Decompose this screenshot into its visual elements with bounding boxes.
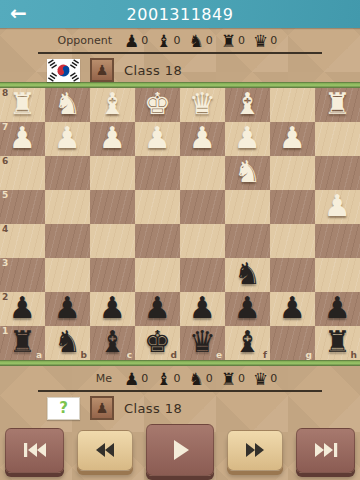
- square-d4[interactable]: [135, 224, 180, 258]
- square-b8[interactable]: ♞: [45, 88, 90, 122]
- square-c8[interactable]: ♝: [90, 88, 135, 122]
- me-avatar: ♟: [90, 396, 114, 420]
- pawn-icon: ♟: [124, 370, 139, 388]
- black-pawn: ♟: [225, 291, 270, 325]
- rank-label-4: 4: [2, 224, 8, 234]
- queen-icon: ♛: [253, 32, 268, 50]
- square-c1[interactable]: c♝: [90, 326, 135, 360]
- back-arrow-icon[interactable]: ←: [10, 0, 44, 28]
- skip-to-end-button[interactable]: [296, 428, 355, 473]
- square-c2[interactable]: ♟: [90, 292, 135, 326]
- square-b4[interactable]: [45, 224, 90, 258]
- rewind-icon: [93, 441, 117, 459]
- file-label-b: b: [81, 350, 87, 360]
- south-korea-flag: [47, 59, 80, 82]
- opponent-panel: Opponent ♟0♝0♞0♜0♛0 ♟: [0, 28, 360, 82]
- play-icon: [167, 439, 193, 461]
- captured-queen-counter: ♛0: [253, 32, 277, 50]
- file-label-e: e: [216, 350, 222, 360]
- black-pawn: ♟: [315, 291, 360, 325]
- file-label-g: g: [306, 350, 312, 360]
- white-pawn: ♟: [270, 121, 315, 155]
- square-e4[interactable]: [180, 224, 225, 258]
- square-b3[interactable]: [45, 258, 90, 292]
- square-e7[interactable]: ♟: [180, 122, 225, 156]
- captured-bishop-counter: ♝0: [156, 370, 180, 388]
- square-c5[interactable]: [90, 190, 135, 224]
- rank-label-3: 3: [2, 258, 8, 268]
- opponent-avatar: ♟: [90, 58, 114, 82]
- square-d5[interactable]: [135, 190, 180, 224]
- rank-label-8: 8: [2, 88, 8, 98]
- square-h8[interactable]: ♜: [315, 88, 360, 122]
- black-knight: ♞: [225, 257, 270, 291]
- file-label-d: d: [171, 350, 177, 360]
- black-pawn: ♟: [90, 291, 135, 325]
- square-d7[interactable]: ♟: [135, 122, 180, 156]
- opponent-captured-pieces: ♟0♝0♞0♜0♛0: [124, 32, 285, 50]
- white-bishop: ♝: [90, 87, 135, 121]
- knight-icon: ♞: [189, 370, 204, 388]
- square-c7[interactable]: ♟: [90, 122, 135, 156]
- square-a8[interactable]: 8♜: [0, 88, 45, 122]
- square-h1[interactable]: h♜: [315, 326, 360, 360]
- square-g8[interactable]: [270, 88, 315, 122]
- square-g4[interactable]: [270, 224, 315, 258]
- black-pawn: ♟: [180, 291, 225, 325]
- square-e2[interactable]: ♟: [180, 292, 225, 326]
- captured-pawn-counter: ♟0: [124, 32, 148, 50]
- square-c3[interactable]: [90, 258, 135, 292]
- rank-label-2: 2: [2, 292, 8, 302]
- captured-rook-counter: ♜0: [221, 370, 245, 388]
- skip-to-start-button[interactable]: [5, 428, 64, 473]
- square-d2[interactable]: ♟: [135, 292, 180, 326]
- white-knight: ♞: [45, 87, 90, 121]
- captured-knight-count: 0: [206, 34, 213, 47]
- me-class-label: Class 18: [124, 401, 182, 416]
- white-rook: ♜: [315, 87, 360, 121]
- square-a3[interactable]: 3: [0, 258, 45, 292]
- queen-icon: ♛: [253, 370, 268, 388]
- opponent-identity-row: ♟ Class 18: [47, 58, 360, 82]
- square-b6[interactable]: [45, 156, 90, 190]
- square-f6[interactable]: ♞: [225, 156, 270, 190]
- captured-knight-count: 0: [206, 372, 213, 385]
- skip-to-end-icon: [313, 441, 339, 459]
- captured-pawn-count: 0: [141, 34, 148, 47]
- me-divider: [38, 390, 322, 392]
- captured-queen-count: 0: [270, 34, 277, 47]
- square-h6[interactable]: [315, 156, 360, 190]
- captured-queen-counter: ♛0: [253, 370, 277, 388]
- square-e3[interactable]: [180, 258, 225, 292]
- square-e8[interactable]: ♛: [180, 88, 225, 122]
- captured-bishop-count: 0: [174, 372, 181, 385]
- square-e1[interactable]: e♛: [180, 326, 225, 360]
- white-king: ♚: [135, 87, 180, 121]
- me-panel: Me ♟0♝0♞0♜0♛0 ? ♟ Class 18: [0, 366, 360, 420]
- me-identity-row: ? ♟ Class 18: [47, 396, 360, 420]
- chess-board: 8♜♞♝♚♛♝♜7♟♟♟♟♟♟♟6♞5♟43♞2♟♟♟♟♟♟♟♟1a♜b♞c♝d…: [0, 88, 360, 360]
- white-pawn: ♟: [315, 189, 360, 223]
- black-pawn: ♟: [45, 291, 90, 325]
- file-label-f: f: [263, 350, 267, 360]
- rank-label-7: 7: [2, 122, 8, 132]
- square-b2[interactable]: ♟: [45, 292, 90, 326]
- rank-label-1: 1: [2, 326, 8, 336]
- square-h7[interactable]: [315, 122, 360, 156]
- square-d3[interactable]: [135, 258, 180, 292]
- white-bishop: ♝: [225, 87, 270, 121]
- square-c4[interactable]: [90, 224, 135, 258]
- square-h5[interactable]: ♟: [315, 190, 360, 224]
- opponent-captured-row: Opponent ♟0♝0♞0♜0♛0: [0, 28, 360, 51]
- square-a6[interactable]: 6: [0, 156, 45, 190]
- black-pawn: ♟: [270, 291, 315, 325]
- square-h2[interactable]: ♟: [315, 292, 360, 326]
- file-label-c: c: [127, 350, 132, 360]
- square-a7[interactable]: 7♟: [0, 122, 45, 156]
- square-d8[interactable]: ♚: [135, 88, 180, 122]
- fast-forward-icon: [243, 441, 267, 459]
- opponent-divider: [38, 52, 322, 54]
- square-g5[interactable]: [270, 190, 315, 224]
- square-a4[interactable]: 4: [0, 224, 45, 258]
- square-f7[interactable]: ♟: [225, 122, 270, 156]
- square-h4[interactable]: [315, 224, 360, 258]
- black-pawn: ♟: [135, 291, 180, 325]
- square-b1[interactable]: b♞: [45, 326, 90, 360]
- skip-to-start-icon: [22, 441, 48, 459]
- square-f8[interactable]: ♝: [225, 88, 270, 122]
- white-knight: ♞: [225, 155, 270, 189]
- square-a2[interactable]: 2♟: [0, 292, 45, 326]
- file-label-h: h: [351, 350, 357, 360]
- square-h3[interactable]: [315, 258, 360, 292]
- square-a1[interactable]: 1a♜: [0, 326, 45, 360]
- square-f4[interactable]: [225, 224, 270, 258]
- square-f1[interactable]: f♝: [225, 326, 270, 360]
- white-pawn: ♟: [225, 121, 270, 155]
- bishop-icon: ♝: [156, 32, 171, 50]
- knight-icon: ♞: [189, 32, 204, 50]
- me-captured-pieces: ♟0♝0♞0♜0♛0: [124, 370, 285, 388]
- square-g7[interactable]: ♟: [270, 122, 315, 156]
- square-b5[interactable]: [45, 190, 90, 224]
- title-bar: ← 2001311849: [0, 0, 360, 28]
- captured-rook-count: 0: [238, 372, 245, 385]
- square-f3[interactable]: ♞: [225, 258, 270, 292]
- white-pawn: ♟: [90, 121, 135, 155]
- square-c6[interactable]: [90, 156, 135, 190]
- square-d1[interactable]: d♚: [135, 326, 180, 360]
- me-label: Me: [0, 372, 112, 385]
- rank-label-6: 6: [2, 156, 8, 166]
- playback-controls: [0, 420, 360, 480]
- square-d6[interactable]: [135, 156, 180, 190]
- file-label-a: a: [36, 350, 42, 360]
- white-queen: ♛: [180, 87, 225, 121]
- game-id-title: 2001311849: [127, 5, 234, 24]
- rook-icon: ♜: [221, 32, 236, 50]
- pawn-icon: ♟: [124, 32, 139, 50]
- rewind-button[interactable]: [77, 430, 133, 471]
- white-pawn: ♟: [180, 121, 225, 155]
- square-e6[interactable]: [180, 156, 225, 190]
- square-g1[interactable]: g: [270, 326, 315, 360]
- square-a5[interactable]: 5: [0, 190, 45, 224]
- opponent-label: Opponent: [0, 34, 112, 47]
- square-b7[interactable]: ♟: [45, 122, 90, 156]
- white-pawn: ♟: [45, 121, 90, 155]
- captured-rook-counter: ♜0: [221, 32, 245, 50]
- me-captured-row: Me ♟0♝0♞0♜0♛0: [0, 366, 360, 389]
- square-f5[interactable]: [225, 190, 270, 224]
- square-f2[interactable]: ♟: [225, 292, 270, 326]
- square-g3[interactable]: [270, 258, 315, 292]
- rook-icon: ♜: [221, 370, 236, 388]
- unknown-flag-placeholder: ?: [47, 397, 80, 420]
- captured-knight-counter: ♞0: [189, 370, 213, 388]
- fast-forward-button[interactable]: [227, 430, 283, 471]
- opponent-class-label: Class 18: [124, 63, 182, 78]
- captured-pawn-counter: ♟0: [124, 370, 148, 388]
- square-e5[interactable]: [180, 190, 225, 224]
- captured-rook-count: 0: [238, 34, 245, 47]
- captured-knight-counter: ♞0: [189, 32, 213, 50]
- captured-bishop-count: 0: [174, 34, 181, 47]
- captured-pawn-count: 0: [141, 372, 148, 385]
- rank-label-5: 5: [2, 190, 8, 200]
- white-pawn: ♟: [135, 121, 180, 155]
- captured-queen-count: 0: [270, 372, 277, 385]
- play-button[interactable]: [146, 424, 214, 476]
- bishop-icon: ♝: [156, 370, 171, 388]
- square-g2[interactable]: ♟: [270, 292, 315, 326]
- captured-bishop-counter: ♝0: [156, 32, 180, 50]
- square-g6[interactable]: [270, 156, 315, 190]
